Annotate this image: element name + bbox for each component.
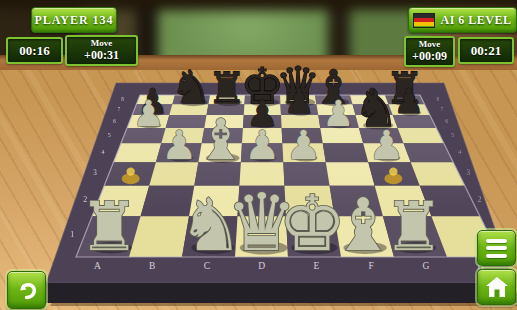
undo-button[interactable] bbox=[7, 271, 46, 309]
board-side-face bbox=[41, 283, 517, 303]
piece-white-pawn-b4[interactable]: ♟ bbox=[161, 122, 197, 168]
piece-white-pawn-a6[interactable]: ♟ bbox=[132, 93, 164, 134]
player-name-button[interactable]: PLAYER 134 bbox=[31, 7, 117, 33]
home-button[interactable] bbox=[477, 269, 516, 305]
german-flag-icon bbox=[413, 13, 435, 28]
menu-button[interactable] bbox=[477, 230, 516, 266]
piece-white-rook-a1[interactable]: ♜ bbox=[79, 187, 140, 266]
piece-white-pawn-e4[interactable]: ♟ bbox=[286, 122, 322, 168]
file-label-B: B bbox=[149, 261, 155, 271]
rank-label-left-5: 5 bbox=[108, 132, 111, 138]
player-clock: 00:16 bbox=[6, 37, 63, 64]
rank-label-right-5: 5 bbox=[451, 132, 454, 138]
player-clock-value: 00:16 bbox=[19, 44, 49, 58]
ai-move-timer: Move +00:09 bbox=[404, 36, 455, 67]
rank-label-left-7: 7 bbox=[117, 106, 120, 112]
rank-label-right-8: 8 bbox=[436, 96, 439, 102]
piece-white-rook-g1[interactable]: ♜ bbox=[383, 187, 444, 266]
rank-label-right-2: 2 bbox=[477, 195, 481, 204]
rank-label-right-6: 6 bbox=[445, 118, 448, 124]
rank-label-right-3: 3 bbox=[467, 169, 471, 177]
piece-black-pawn-e7[interactable]: ♟ bbox=[284, 81, 315, 121]
rank-label-left-8: 8 bbox=[121, 96, 124, 102]
ai-move-value: +00:09 bbox=[412, 50, 447, 63]
ai-clock-value: 00:21 bbox=[471, 44, 501, 58]
player-name-label: PLAYER 134 bbox=[34, 13, 113, 28]
player-move-timer: Move +00:31 bbox=[65, 35, 138, 66]
menu-icon bbox=[486, 239, 507, 258]
rank-label-left-1: 1 bbox=[70, 229, 74, 239]
piece-white-pawn-d4[interactable]: ♟ bbox=[244, 122, 280, 168]
rank-label-left-6: 6 bbox=[113, 118, 116, 124]
rank-label-left-3: 3 bbox=[93, 169, 97, 177]
player-move-value: +00:31 bbox=[84, 49, 119, 62]
piece-white-pawn-g4[interactable]: ♟ bbox=[368, 122, 404, 168]
game-screen: ABCDEFGH8877665544332211♞♜♚♛♝♜♟♟♟♟♟♟♟♞♟♝… bbox=[0, 0, 517, 310]
home-icon bbox=[483, 274, 511, 300]
undo-arrow-icon bbox=[14, 277, 40, 303]
piece-white-pawn-f6[interactable]: ♟ bbox=[322, 93, 354, 134]
ai-level-button[interactable]: AI 6 LEVEL bbox=[408, 7, 517, 33]
ai-level-label: AI 6 LEVEL bbox=[440, 13, 511, 28]
piece-white-bishop-c4[interactable]: ♝ bbox=[196, 107, 246, 172]
ai-clock: 00:21 bbox=[458, 37, 514, 64]
piece-black-knight-b8[interactable]: ♞ bbox=[171, 60, 212, 114]
rank-label-right-7: 7 bbox=[441, 106, 444, 112]
